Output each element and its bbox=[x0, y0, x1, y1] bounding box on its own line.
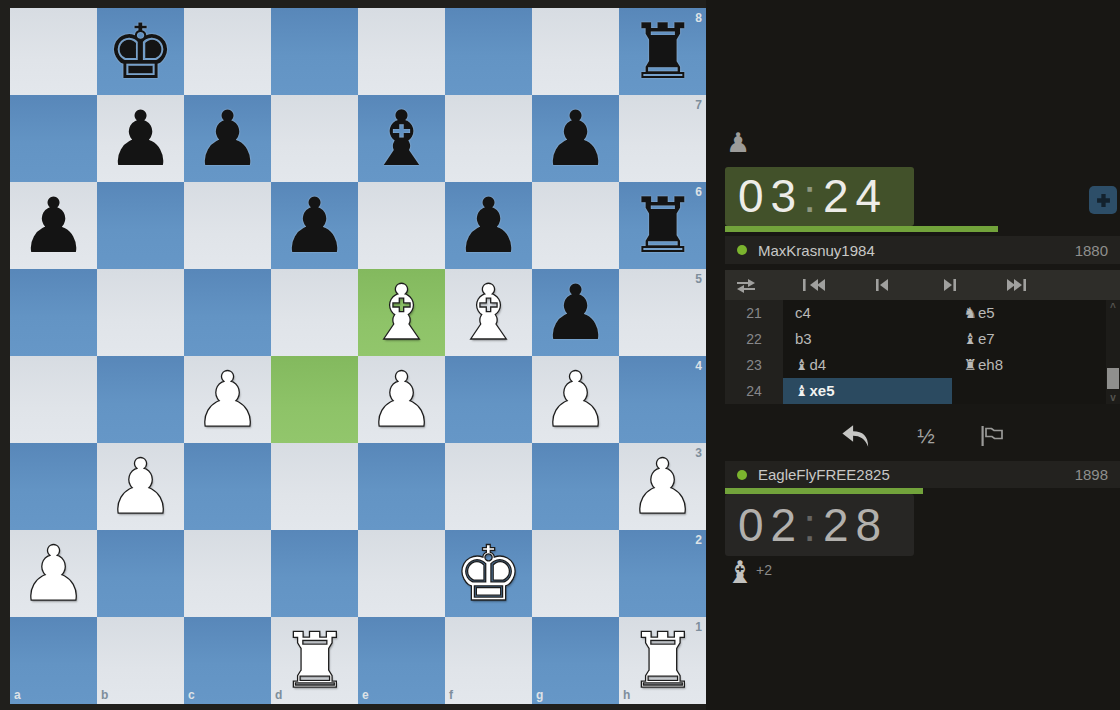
figurine-B: ♝ bbox=[795, 382, 808, 400]
square-b6[interactable] bbox=[97, 182, 184, 269]
square-d3[interactable] bbox=[271, 443, 358, 530]
file-label-b: b bbox=[101, 688, 108, 702]
rank-label-5: 5 bbox=[695, 272, 702, 286]
previous-move-button[interactable] bbox=[869, 275, 895, 295]
piece-white-king-f2[interactable]: ♚ bbox=[445, 530, 532, 617]
piece-white-rook-d1[interactable]: ♜ bbox=[271, 617, 358, 704]
square-c7[interactable]: ♟ bbox=[184, 95, 271, 182]
square-e1[interactable]: e bbox=[358, 617, 445, 704]
bottom-player-clock: 02:28 bbox=[725, 494, 914, 556]
square-g8[interactable] bbox=[532, 8, 619, 95]
piece-black-pawn-a6[interactable]: ♟ bbox=[10, 182, 97, 269]
clock-seconds: 28 bbox=[823, 499, 888, 551]
rank-label-8: 8 bbox=[695, 11, 702, 25]
square-h1[interactable]: ♜1h bbox=[619, 617, 706, 704]
move-list: 21c4♞e522b3♝e723♝d4♜eh824♝xe5 ^ v bbox=[725, 300, 1120, 404]
square-d2[interactable] bbox=[271, 530, 358, 617]
square-a4[interactable] bbox=[10, 356, 97, 443]
skip-first-icon bbox=[802, 278, 826, 292]
square-d8[interactable] bbox=[271, 8, 358, 95]
square-b3[interactable]: ♟ bbox=[97, 443, 184, 530]
piece-black-king-b8[interactable]: ♚ bbox=[97, 8, 184, 95]
next-move-button[interactable] bbox=[937, 275, 963, 295]
square-g7[interactable]: ♟ bbox=[532, 95, 619, 182]
add-time-button[interactable] bbox=[1089, 186, 1117, 214]
square-b1[interactable]: b bbox=[97, 617, 184, 704]
square-d5[interactable] bbox=[271, 269, 358, 356]
move-row-23: 23♝d4♜eh8 bbox=[725, 352, 1120, 378]
move-24-black bbox=[952, 378, 1120, 404]
square-b5[interactable] bbox=[97, 269, 184, 356]
piece-white-pawn-h3[interactable]: ♟ bbox=[619, 443, 706, 530]
flag-icon bbox=[979, 425, 1005, 447]
piece-white-bishop-f5[interactable]: ♝ bbox=[445, 269, 532, 356]
square-h3[interactable]: ♟3 bbox=[619, 443, 706, 530]
bottom-player-name[interactable]: EagleFlyFREE2825 bbox=[758, 466, 890, 483]
square-f4[interactable] bbox=[445, 356, 532, 443]
square-f5[interactable]: ♝ bbox=[445, 269, 532, 356]
square-f6[interactable]: ♟ bbox=[445, 182, 532, 269]
move-number: 24 bbox=[725, 378, 783, 404]
clock-minutes: 03 bbox=[738, 170, 803, 222]
rank-label-4: 4 bbox=[695, 359, 702, 373]
top-captured-pawn-icon: ♟ bbox=[726, 128, 750, 158]
piece-white-pawn-g4[interactable]: ♟ bbox=[532, 356, 619, 443]
square-e3[interactable] bbox=[358, 443, 445, 530]
piece-white-pawn-a2[interactable]: ♟ bbox=[10, 530, 97, 617]
square-a8[interactable] bbox=[10, 8, 97, 95]
square-c6[interactable] bbox=[184, 182, 271, 269]
square-h8[interactable]: ♜8 bbox=[619, 8, 706, 95]
square-c3[interactable] bbox=[184, 443, 271, 530]
last-move-button[interactable] bbox=[1005, 275, 1031, 295]
square-c1[interactable]: c bbox=[184, 617, 271, 704]
game-actions: ½ bbox=[725, 414, 1120, 458]
move-21-white[interactable]: c4 bbox=[783, 300, 952, 326]
move-row-24: 24♝xe5 bbox=[725, 378, 1120, 404]
piece-black-pawn-g5[interactable]: ♟ bbox=[532, 269, 619, 356]
square-e6[interactable] bbox=[358, 182, 445, 269]
rank-label-7: 7 bbox=[695, 98, 702, 112]
piece-black-rook-h6[interactable]: ♜ bbox=[619, 182, 706, 269]
top-player-rating: 1880 bbox=[1075, 242, 1108, 259]
step-forward-icon bbox=[942, 278, 958, 292]
top-player-row: MaxKrasnuy1984 1880 bbox=[725, 236, 1120, 264]
rank-label-1: 1 bbox=[695, 620, 702, 634]
square-a5[interactable] bbox=[10, 269, 97, 356]
game-screen: ♚♜8♟♟♝♟7♟♟♟♜6♝♝♟5♟♟♟4♟♟3♟♚2abc♜defg♜1h ♟… bbox=[0, 0, 1120, 710]
square-f1[interactable]: f bbox=[445, 617, 532, 704]
piece-white-rook-h1[interactable]: ♜ bbox=[619, 617, 706, 704]
move-number: 21 bbox=[725, 300, 783, 326]
square-a7[interactable] bbox=[10, 95, 97, 182]
move-21-black[interactable]: ♞e5 bbox=[952, 300, 1120, 326]
cycle-icon bbox=[735, 277, 757, 293]
takeback-button[interactable] bbox=[840, 423, 873, 449]
rank-label-2: 2 bbox=[695, 533, 702, 547]
square-a3[interactable] bbox=[10, 443, 97, 530]
chess-board: ♚♜8♟♟♝♟7♟♟♟♜6♝♝♟5♟♟♟4♟♟3♟♚2abc♜defg♜1h bbox=[10, 8, 706, 704]
top-player-name[interactable]: MaxKrasnuy1984 bbox=[758, 242, 875, 259]
square-a6[interactable]: ♟ bbox=[10, 182, 97, 269]
move-22-white[interactable]: b3 bbox=[783, 326, 952, 352]
square-g6[interactable] bbox=[532, 182, 619, 269]
move-navigation bbox=[725, 270, 1120, 300]
square-f8[interactable] bbox=[445, 8, 532, 95]
rank-label-6: 6 bbox=[695, 185, 702, 199]
square-h7[interactable]: 7 bbox=[619, 95, 706, 182]
move-number: 23 bbox=[725, 352, 783, 378]
square-e7[interactable]: ♝ bbox=[358, 95, 445, 182]
move-number: 22 bbox=[725, 326, 783, 352]
move-24-white[interactable]: ♝xe5 bbox=[783, 378, 952, 404]
online-dot bbox=[737, 245, 747, 255]
square-g3[interactable] bbox=[532, 443, 619, 530]
square-a1[interactable]: a bbox=[10, 617, 97, 704]
clock-minutes: 02 bbox=[738, 499, 803, 551]
scroll-down-icon[interactable]: v bbox=[1106, 392, 1120, 403]
square-e4[interactable]: ♟ bbox=[358, 356, 445, 443]
square-g2[interactable] bbox=[532, 530, 619, 617]
square-e8[interactable] bbox=[358, 8, 445, 95]
scrollbar-thumb[interactable] bbox=[1107, 368, 1119, 389]
square-b7[interactable]: ♟ bbox=[97, 95, 184, 182]
move-rows: 21c4♞e522b3♝e723♝d4♜eh824♝xe5 bbox=[725, 300, 1120, 404]
piece-black-pawn-b7[interactable]: ♟ bbox=[97, 95, 184, 182]
square-e5[interactable]: ♝ bbox=[358, 269, 445, 356]
figurine-B: ♝ bbox=[795, 356, 808, 374]
offer-draw-button[interactable]: ½ bbox=[917, 424, 935, 448]
file-label-e: e bbox=[362, 688, 369, 702]
move-row-22: 22b3♝e7 bbox=[725, 326, 1120, 352]
online-dot bbox=[737, 470, 747, 480]
square-h5[interactable]: 5 bbox=[619, 269, 706, 356]
piece-black-pawn-f6[interactable]: ♟ bbox=[445, 182, 532, 269]
piece-white-pawn-e4[interactable]: ♟ bbox=[358, 356, 445, 443]
move-23-white[interactable]: ♝d4 bbox=[783, 352, 952, 378]
undo-arrow-icon bbox=[840, 423, 873, 449]
move-22-black[interactable]: ♝e7 bbox=[952, 326, 1120, 352]
square-h4[interactable]: 4 bbox=[619, 356, 706, 443]
square-a2[interactable]: ♟ bbox=[10, 530, 97, 617]
plus-icon bbox=[1096, 193, 1111, 208]
file-label-g: g bbox=[536, 688, 543, 702]
clock-colon: : bbox=[803, 170, 823, 222]
piece-white-bishop-e5[interactable]: ♝ bbox=[358, 269, 445, 356]
figurine-N: ♞ bbox=[964, 304, 977, 322]
square-d7[interactable] bbox=[271, 95, 358, 182]
square-e2[interactable] bbox=[358, 530, 445, 617]
rank-label-3: 3 bbox=[695, 446, 702, 460]
square-f2[interactable]: ♚ bbox=[445, 530, 532, 617]
file-label-a: a bbox=[14, 688, 21, 702]
square-f3[interactable] bbox=[445, 443, 532, 530]
scroll-up-icon[interactable]: ^ bbox=[1106, 302, 1120, 313]
square-c8[interactable] bbox=[184, 8, 271, 95]
resign-button[interactable] bbox=[979, 425, 1005, 447]
bottom-captured-bishop-icon: ♝ bbox=[726, 552, 754, 592]
game-sidebar: ♟ 03:24 MaxKrasnuy1984 1880 bbox=[706, 0, 1120, 710]
square-g4[interactable]: ♟ bbox=[532, 356, 619, 443]
clock-colon: : bbox=[803, 499, 823, 551]
square-d6[interactable]: ♟ bbox=[271, 182, 358, 269]
square-b4[interactable] bbox=[97, 356, 184, 443]
move-row-21: 21c4♞e5 bbox=[725, 300, 1120, 326]
board-frame: ♚♜8♟♟♝♟7♟♟♟♜6♝♝♟5♟♟♟4♟♟3♟♚2abc♜defg♜1h bbox=[0, 0, 706, 710]
piece-black-rook-h8[interactable]: ♜ bbox=[619, 8, 706, 95]
move-23-black[interactable]: ♜eh8 bbox=[952, 352, 1120, 378]
piece-black-bishop-e7[interactable]: ♝ bbox=[358, 95, 445, 182]
file-label-d: d bbox=[275, 688, 282, 702]
square-c2[interactable] bbox=[184, 530, 271, 617]
square-g5[interactable]: ♟ bbox=[532, 269, 619, 356]
square-c5[interactable] bbox=[184, 269, 271, 356]
file-label-h: h bbox=[623, 688, 630, 702]
step-back-icon bbox=[874, 278, 890, 292]
square-c4[interactable]: ♟ bbox=[184, 356, 271, 443]
move-panel: 21c4♞e522b3♝e723♝d4♜eh824♝xe5 ^ v bbox=[725, 270, 1120, 404]
top-player-clock: 03:24 bbox=[725, 167, 914, 226]
skip-last-icon bbox=[1006, 278, 1030, 292]
square-b2[interactable] bbox=[97, 530, 184, 617]
figurine-R: ♜ bbox=[964, 356, 977, 374]
square-g1[interactable]: g bbox=[532, 617, 619, 704]
clock-seconds: 24 bbox=[823, 170, 888, 222]
file-label-f: f bbox=[449, 688, 453, 702]
top-time-bar bbox=[725, 226, 998, 232]
figurine-B: ♝ bbox=[964, 330, 977, 348]
square-d1[interactable]: ♜d bbox=[271, 617, 358, 704]
file-label-c: c bbox=[188, 688, 195, 702]
piece-white-pawn-b3[interactable]: ♟ bbox=[97, 443, 184, 530]
square-f7[interactable] bbox=[445, 95, 532, 182]
piece-black-pawn-g7[interactable]: ♟ bbox=[532, 95, 619, 182]
square-h2[interactable]: 2 bbox=[619, 530, 706, 617]
bottom-player-rating: 1898 bbox=[1075, 466, 1108, 483]
piece-black-pawn-c7[interactable]: ♟ bbox=[184, 95, 271, 182]
first-move-button[interactable] bbox=[801, 275, 827, 295]
bottom-player-row: EagleFlyFREE2825 1898 bbox=[725, 461, 1120, 488]
square-h6[interactable]: ♜6 bbox=[619, 182, 706, 269]
piece-black-pawn-d6[interactable]: ♟ bbox=[271, 182, 358, 269]
square-b8[interactable]: ♚ bbox=[97, 8, 184, 95]
material-advantage: +2 bbox=[756, 562, 772, 578]
move-list-scrollbar[interactable]: ^ v bbox=[1106, 300, 1120, 404]
cycle-replay-button[interactable] bbox=[733, 275, 759, 295]
square-d4[interactable] bbox=[271, 356, 358, 443]
piece-white-pawn-c4[interactable]: ♟ bbox=[184, 356, 271, 443]
